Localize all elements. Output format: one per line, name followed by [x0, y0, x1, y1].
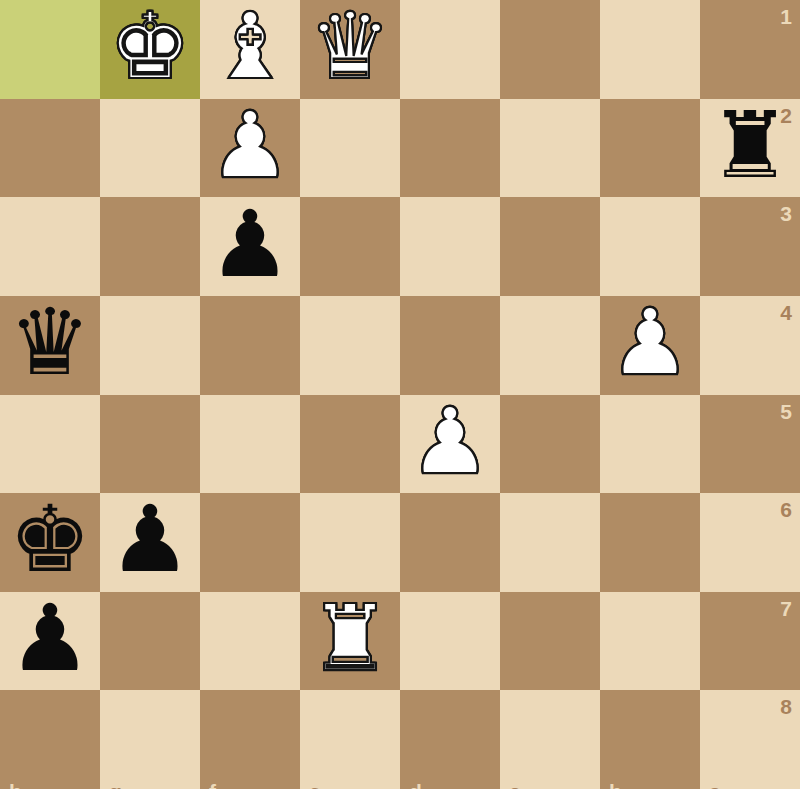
square-e3[interactable]: [300, 197, 400, 296]
file-label-c: c: [509, 781, 521, 789]
square-f3[interactable]: ♟: [200, 197, 300, 296]
square-g8[interactable]: g: [100, 690, 200, 789]
square-c3[interactable]: [500, 197, 600, 296]
square-h7[interactable]: ♟: [0, 592, 100, 691]
black-pawn[interactable]: ♟: [109, 494, 191, 586]
square-d2[interactable]: [400, 99, 500, 198]
square-g4[interactable]: [100, 296, 200, 395]
square-c2[interactable]: [500, 99, 600, 198]
square-b6[interactable]: [600, 493, 700, 592]
white-queen[interactable]: ♛: [309, 1, 391, 93]
square-e1[interactable]: ♛: [300, 0, 400, 99]
white-bishop[interactable]: ♝: [209, 1, 291, 93]
square-h3[interactable]: [0, 197, 100, 296]
rank-label-6: 6: [780, 499, 792, 520]
square-h5[interactable]: [0, 395, 100, 494]
square-a5[interactable]: 5: [700, 395, 800, 494]
rank-label-3: 3: [780, 203, 792, 224]
square-g5[interactable]: [100, 395, 200, 494]
black-rook[interactable]: ♜: [709, 100, 791, 192]
square-a6[interactable]: 6: [700, 493, 800, 592]
square-h2[interactable]: [0, 99, 100, 198]
square-d5[interactable]: ♟: [400, 395, 500, 494]
square-e2[interactable]: [300, 99, 400, 198]
square-a4[interactable]: 4: [700, 296, 800, 395]
black-pawn[interactable]: ♟: [209, 199, 291, 291]
square-d1[interactable]: [400, 0, 500, 99]
square-d6[interactable]: [400, 493, 500, 592]
square-c7[interactable]: [500, 592, 600, 691]
square-h4[interactable]: ♛: [0, 296, 100, 395]
square-f6[interactable]: [200, 493, 300, 592]
rank-label-8: 8: [780, 696, 792, 717]
file-label-e: e: [309, 781, 321, 789]
square-b5[interactable]: [600, 395, 700, 494]
square-a1[interactable]: 1: [700, 0, 800, 99]
square-d3[interactable]: [400, 197, 500, 296]
square-d4[interactable]: [400, 296, 500, 395]
square-g1[interactable]: ♚: [100, 0, 200, 99]
square-e4[interactable]: [300, 296, 400, 395]
square-a2[interactable]: ♜2: [700, 99, 800, 198]
square-d8[interactable]: d: [400, 690, 500, 789]
square-f8[interactable]: f: [200, 690, 300, 789]
square-c6[interactable]: [500, 493, 600, 592]
square-b1[interactable]: [600, 0, 700, 99]
black-king[interactable]: ♚: [9, 494, 91, 586]
black-pawn[interactable]: ♟: [9, 593, 91, 685]
square-g6[interactable]: ♟: [100, 493, 200, 592]
square-a8[interactable]: 8a: [700, 690, 800, 789]
black-queen[interactable]: ♛: [9, 297, 91, 389]
square-b3[interactable]: [600, 197, 700, 296]
square-g7[interactable]: [100, 592, 200, 691]
square-f1[interactable]: ♝: [200, 0, 300, 99]
square-c1[interactable]: [500, 0, 600, 99]
square-b7[interactable]: [600, 592, 700, 691]
file-label-h: h: [9, 781, 22, 789]
square-h8[interactable]: h: [0, 690, 100, 789]
square-b2[interactable]: [600, 99, 700, 198]
square-e7[interactable]: ♜: [300, 592, 400, 691]
square-c8[interactable]: c: [500, 690, 600, 789]
square-e8[interactable]: e: [300, 690, 400, 789]
square-c5[interactable]: [500, 395, 600, 494]
square-b4[interactable]: ♟: [600, 296, 700, 395]
square-a7[interactable]: 7: [700, 592, 800, 691]
white-pawn[interactable]: ♟: [609, 297, 691, 389]
square-h1[interactable]: [0, 0, 100, 99]
square-f2[interactable]: ♟: [200, 99, 300, 198]
square-g2[interactable]: [100, 99, 200, 198]
square-f4[interactable]: [200, 296, 300, 395]
rank-label-4: 4: [780, 302, 792, 323]
white-king[interactable]: ♚: [109, 1, 191, 93]
file-label-a: a: [709, 781, 721, 789]
square-a3[interactable]: 3: [700, 197, 800, 296]
white-pawn[interactable]: ♟: [409, 396, 491, 488]
square-g3[interactable]: [100, 197, 200, 296]
rank-label-7: 7: [780, 598, 792, 619]
rank-label-5: 5: [780, 401, 792, 422]
white-rook[interactable]: ♜: [309, 593, 391, 685]
square-d7[interactable]: [400, 592, 500, 691]
square-e6[interactable]: [300, 493, 400, 592]
square-e5[interactable]: [300, 395, 400, 494]
square-f7[interactable]: [200, 592, 300, 691]
rank-label-1: 1: [780, 6, 792, 27]
square-f5[interactable]: [200, 395, 300, 494]
file-label-b: b: [609, 781, 622, 789]
rank-label-2: 2: [780, 105, 792, 126]
square-b8[interactable]: b: [600, 690, 700, 789]
square-h6[interactable]: ♚: [0, 493, 100, 592]
file-label-d: d: [409, 781, 422, 789]
square-c4[interactable]: [500, 296, 600, 395]
white-pawn[interactable]: ♟: [209, 100, 291, 192]
file-label-g: g: [109, 781, 122, 789]
chess-board: ♚♝♛1♟♜2♟3♛♟4♟5♚♟6♟♜7hgfedcb8a: [0, 0, 800, 789]
file-label-f: f: [209, 781, 216, 789]
